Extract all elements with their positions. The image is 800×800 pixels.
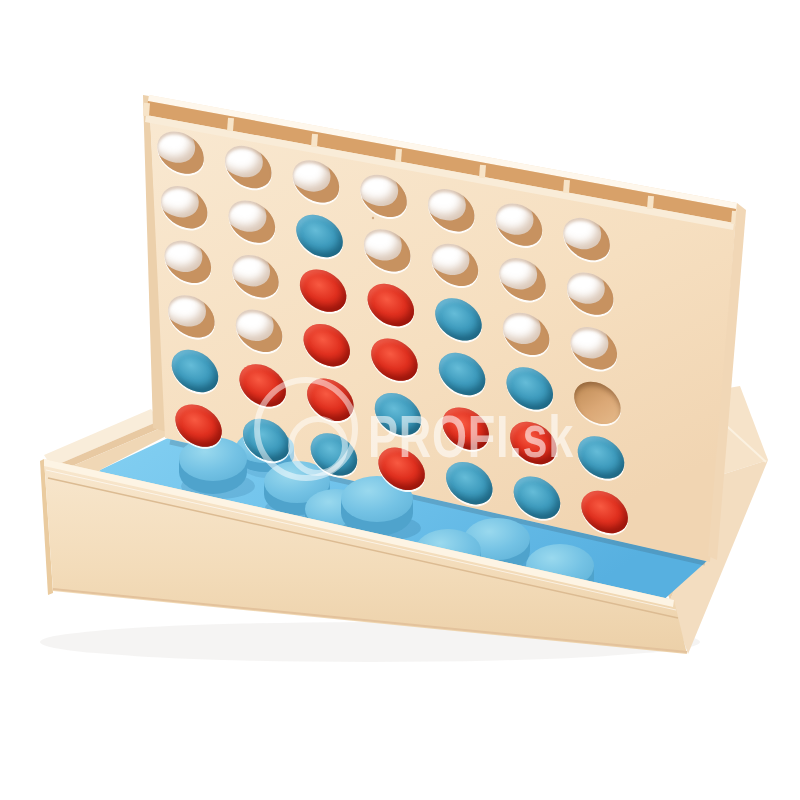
empty-hole [291,155,340,206]
empty-hole [426,184,475,235]
empty-hole-wood [572,377,621,428]
blue-disc [505,362,554,413]
empty-hole [358,170,407,221]
red-disc [238,359,287,410]
blue-disc [444,457,493,508]
blue-disc [512,471,561,522]
empty-hole [430,239,479,290]
empty-hole [230,250,279,301]
product-photo-scene: PROFI.sk [0,0,800,800]
empty-hole [223,141,272,192]
empty-hole [501,308,550,359]
red-disc [508,417,557,468]
empty-hole [362,224,411,275]
red-disc [305,374,354,425]
empty-hole [494,198,543,249]
red-disc [369,333,418,384]
red-disc [302,319,351,370]
empty-hole [166,290,215,341]
blue-disc [294,210,343,261]
blue-disc [170,345,219,396]
red-disc [366,279,415,330]
blue-disc [576,431,625,482]
red-disc [579,486,628,537]
empty-hole [561,213,610,264]
red-disc [298,264,347,315]
red-disc [376,443,425,494]
blue-disc [437,348,486,399]
empty-hole [159,181,208,232]
blue-disc [241,414,290,465]
red-disc [173,399,222,450]
empty-hole [234,305,283,356]
empty-hole [227,195,276,246]
blue-disc [373,388,422,439]
empty-hole [155,126,204,177]
empty-hole [565,267,614,318]
red-disc [441,402,490,453]
empty-hole [569,322,618,373]
blue-disc [433,293,482,344]
blue-disc [309,428,358,479]
empty-hole [497,253,546,304]
empty-hole [163,236,212,287]
